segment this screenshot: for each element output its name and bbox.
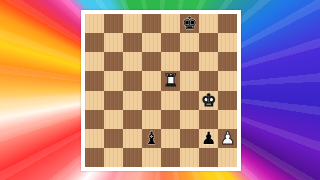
square-c5[interactable]: [123, 71, 142, 90]
square-g1[interactable]: [199, 148, 218, 167]
square-f4[interactable]: [180, 91, 199, 110]
square-e1[interactable]: [161, 148, 180, 167]
square-d7[interactable]: [142, 33, 161, 52]
square-c2[interactable]: [123, 129, 142, 148]
square-d1[interactable]: [142, 148, 161, 167]
square-c6[interactable]: [123, 52, 142, 71]
square-e4[interactable]: [161, 91, 180, 110]
piece-black-king-f8[interactable]: ♚: [180, 14, 199, 33]
square-c4[interactable]: [123, 91, 142, 110]
square-a7[interactable]: [85, 33, 104, 52]
white-king-icon: ♚: [199, 91, 218, 110]
square-c7[interactable]: [123, 33, 142, 52]
square-f2[interactable]: [180, 129, 199, 148]
black-bishop-icon: ♝: [142, 129, 161, 148]
square-b7[interactable]: [104, 33, 123, 52]
square-e2[interactable]: [161, 129, 180, 148]
square-d3[interactable]: [142, 110, 161, 129]
square-a5[interactable]: [85, 71, 104, 90]
square-f8[interactable]: ♚: [180, 14, 199, 33]
white-pawn-icon: ♟: [218, 129, 237, 148]
square-b1[interactable]: [104, 148, 123, 167]
square-a6[interactable]: [85, 52, 104, 71]
square-f6[interactable]: [180, 52, 199, 71]
square-e8[interactable]: [161, 14, 180, 33]
square-c8[interactable]: [123, 14, 142, 33]
square-a1[interactable]: [85, 148, 104, 167]
chess-board: ♚♜♚♝♟♟: [85, 14, 237, 167]
piece-black-pawn-g2[interactable]: ♟: [199, 129, 218, 148]
square-g7[interactable]: [199, 33, 218, 52]
square-b6[interactable]: [104, 52, 123, 71]
square-d6[interactable]: [142, 52, 161, 71]
square-f1[interactable]: [180, 148, 199, 167]
square-b5[interactable]: [104, 71, 123, 90]
white-rook-icon: ♜: [161, 71, 180, 90]
square-g3[interactable]: [199, 110, 218, 129]
square-h8[interactable]: [218, 14, 237, 33]
square-a2[interactable]: [85, 129, 104, 148]
square-h2[interactable]: ♟: [218, 129, 237, 148]
black-king-icon: ♚: [180, 14, 199, 33]
piece-black-bishop-d2[interactable]: ♝: [142, 129, 161, 148]
square-b8[interactable]: [104, 14, 123, 33]
square-e3[interactable]: [161, 110, 180, 129]
square-f7[interactable]: [180, 33, 199, 52]
square-b2[interactable]: [104, 129, 123, 148]
square-h5[interactable]: [218, 71, 237, 90]
piece-white-pawn-h2[interactable]: ♟: [218, 129, 237, 148]
square-g8[interactable]: [199, 14, 218, 33]
square-h4[interactable]: [218, 91, 237, 110]
square-d8[interactable]: [142, 14, 161, 33]
piece-white-king-g4[interactable]: ♚: [199, 91, 218, 110]
square-a8[interactable]: [85, 14, 104, 33]
piece-white-rook-e5[interactable]: ♜: [161, 71, 180, 90]
square-d2[interactable]: ♝: [142, 129, 161, 148]
square-g2[interactable]: ♟: [199, 129, 218, 148]
square-d5[interactable]: [142, 71, 161, 90]
square-h6[interactable]: [218, 52, 237, 71]
square-a3[interactable]: [85, 110, 104, 129]
black-pawn-icon: ♟: [199, 129, 218, 148]
square-h3[interactable]: [218, 110, 237, 129]
square-b3[interactable]: [104, 110, 123, 129]
square-g5[interactable]: [199, 71, 218, 90]
square-c3[interactable]: [123, 110, 142, 129]
square-e6[interactable]: [161, 52, 180, 71]
square-f3[interactable]: [180, 110, 199, 129]
square-e7[interactable]: [161, 33, 180, 52]
square-b4[interactable]: [104, 91, 123, 110]
square-h7[interactable]: [218, 33, 237, 52]
square-h1[interactable]: [218, 148, 237, 167]
chess-board-frame: ♚♜♚♝♟♟: [81, 10, 241, 171]
square-f5[interactable]: [180, 71, 199, 90]
square-d4[interactable]: [142, 91, 161, 110]
square-e5[interactable]: ♜: [161, 71, 180, 90]
square-g6[interactable]: [199, 52, 218, 71]
square-c1[interactable]: [123, 148, 142, 167]
square-g4[interactable]: ♚: [199, 91, 218, 110]
square-a4[interactable]: [85, 91, 104, 110]
